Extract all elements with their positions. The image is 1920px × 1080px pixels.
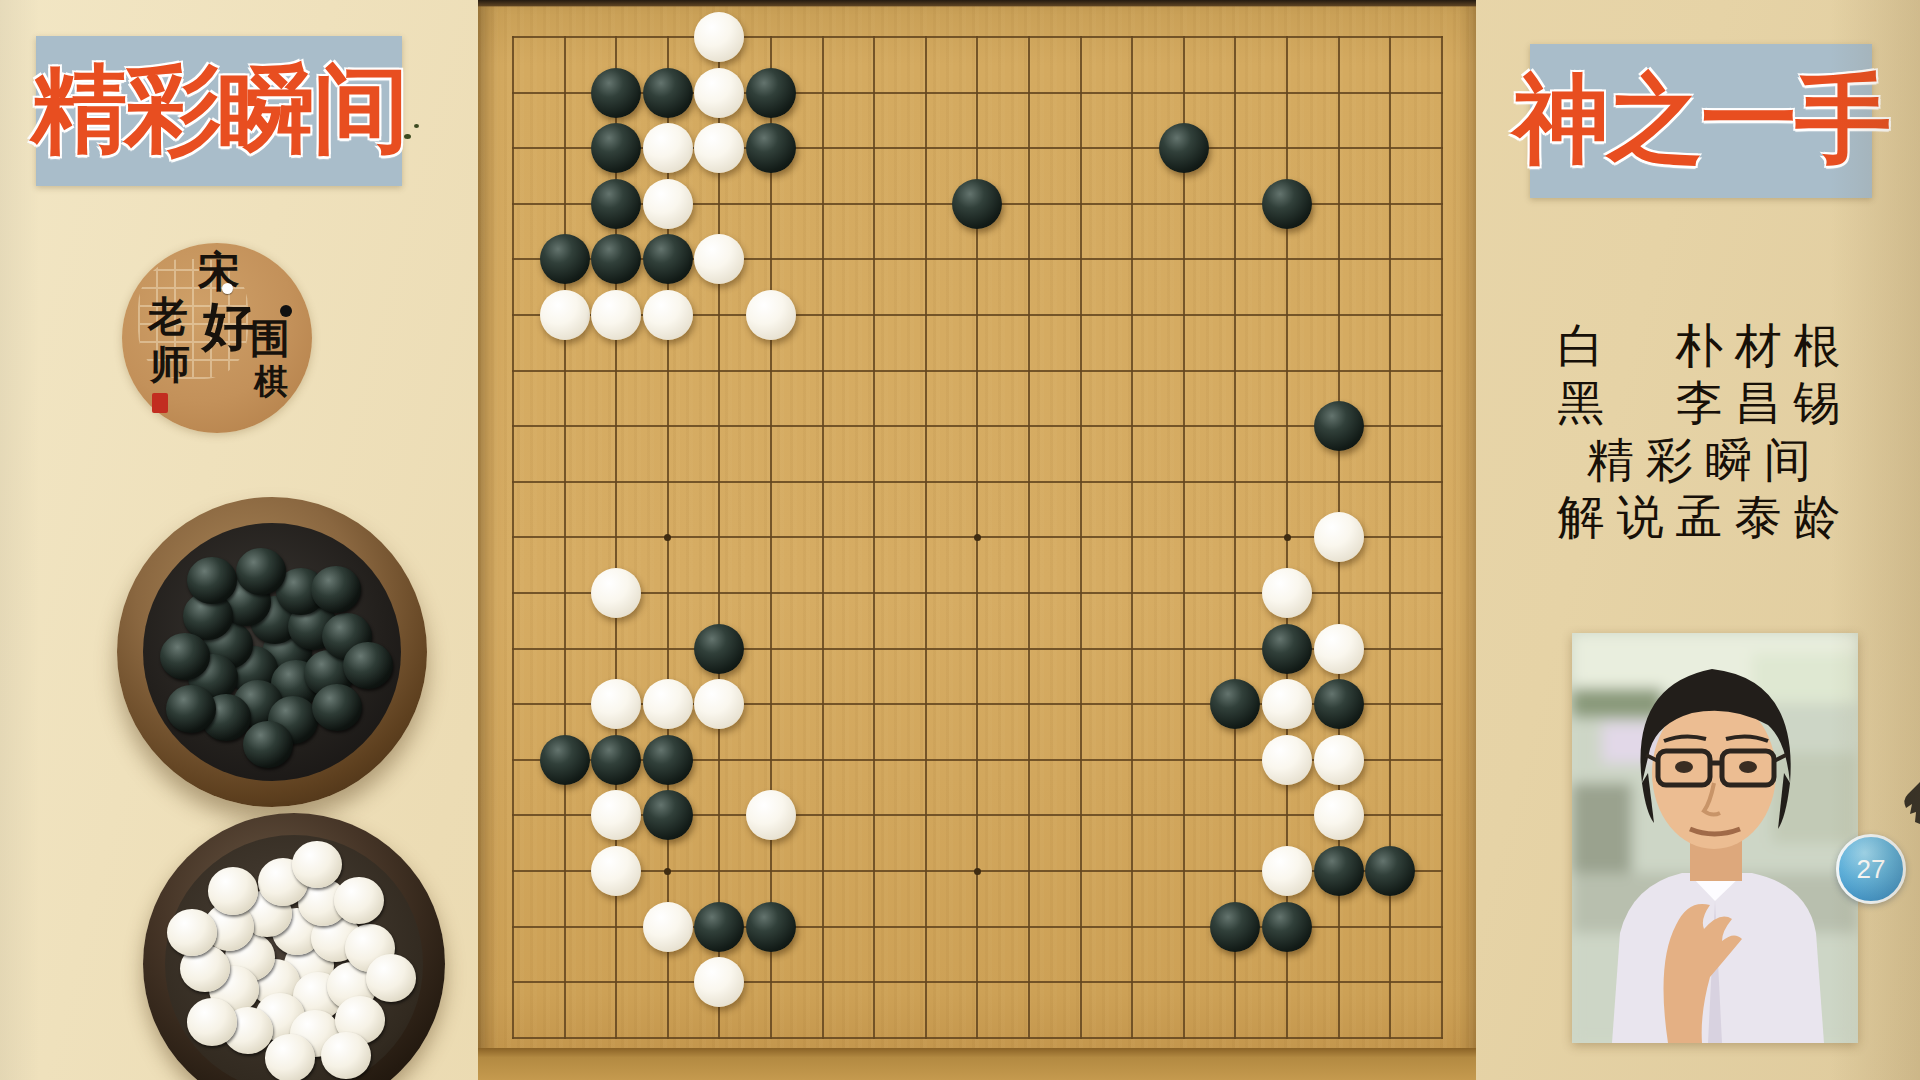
- black-stone: [1262, 902, 1312, 952]
- white-stone: [591, 679, 641, 729]
- black-stone: [694, 902, 744, 952]
- black-stone: [591, 234, 641, 284]
- black-stone: [1314, 679, 1364, 729]
- white-stone: [1262, 679, 1312, 729]
- black-stone: [1210, 902, 1260, 952]
- white-stone: [643, 902, 693, 952]
- black-bowl-stone: [166, 685, 216, 733]
- white-bowl-stone: [208, 867, 258, 915]
- credit-line: 黑 李昌锡: [1500, 375, 1910, 432]
- banner-left-text: 精彩瞬间: [31, 46, 407, 176]
- video-frame: 精彩瞬间 神之一手 宋老师好围棋 白 朴材根黑 李昌锡精彩瞬间解说孟泰龄: [0, 0, 1920, 1080]
- white-stone: [1262, 568, 1312, 618]
- logo-character: 师: [150, 345, 190, 385]
- black-stone: [1262, 179, 1312, 229]
- white-stone: [591, 846, 641, 896]
- white-bowl-stone: [292, 841, 342, 889]
- white-stone: [643, 179, 693, 229]
- white-stone: [1314, 790, 1364, 840]
- black-stone: [746, 902, 796, 952]
- white-stone: [540, 290, 590, 340]
- white-stone: [1314, 735, 1364, 785]
- commentator-photo: [1572, 633, 1858, 1043]
- grid-line-vertical: [1183, 36, 1185, 1039]
- star-point: [974, 868, 981, 875]
- board-bottom-edge: [478, 1048, 1476, 1080]
- logo-character: 围: [250, 319, 290, 359]
- black-stone: [591, 735, 641, 785]
- credit-line: 解说孟泰龄: [1500, 489, 1910, 546]
- black-stones-bowl: [117, 497, 427, 807]
- white-stone: [591, 790, 641, 840]
- black-stone: [591, 123, 641, 173]
- black-bowl-stone: [312, 684, 362, 732]
- grid-line-horizontal: [512, 1037, 1443, 1039]
- white-stone: [643, 679, 693, 729]
- black-stone: [1159, 123, 1209, 173]
- white-bowl-stone: [366, 954, 416, 1002]
- black-stone: [1262, 624, 1312, 674]
- white-stone: [694, 68, 744, 118]
- grid-line-vertical: [1441, 36, 1443, 1039]
- white-stone: [694, 957, 744, 1007]
- white-stone: [591, 568, 641, 618]
- white-stone: [694, 679, 744, 729]
- grid-line-vertical: [1028, 36, 1030, 1039]
- white-stone: [1314, 624, 1364, 674]
- go-board: [478, 0, 1476, 1080]
- white-stone: [643, 123, 693, 173]
- black-stone: [746, 123, 796, 173]
- white-stone: [591, 290, 641, 340]
- black-stone: [1314, 401, 1364, 451]
- black-bowl-stone: [343, 642, 393, 690]
- white-bowl-stone: [167, 909, 217, 957]
- black-stone: [1314, 846, 1364, 896]
- black-stone: [746, 68, 796, 118]
- grid-line-vertical: [1234, 36, 1236, 1039]
- star-point: [664, 534, 671, 541]
- credit-line: 白 朴材根: [1500, 318, 1910, 375]
- white-bowl-stone: [265, 1034, 315, 1080]
- black-bowl-stone: [160, 633, 210, 681]
- black-bowl-stone: [243, 721, 293, 769]
- white-stone: [1262, 735, 1312, 785]
- game-info-text: 白 朴材根黑 李昌锡精彩瞬间解说孟泰龄: [1500, 318, 1910, 546]
- black-stone: [952, 179, 1002, 229]
- star-point: [974, 534, 981, 541]
- black-stone: [540, 234, 590, 284]
- star-point: [664, 868, 671, 875]
- black-stone: [643, 68, 693, 118]
- white-stone: [694, 123, 744, 173]
- white-bowl-stone: [187, 998, 237, 1046]
- board-top-edge: [478, 0, 1476, 7]
- white-stone: [1262, 846, 1312, 896]
- dust-speck: [414, 124, 419, 128]
- black-stone: [1210, 679, 1260, 729]
- black-stone: [694, 624, 744, 674]
- black-stone: [643, 234, 693, 284]
- logo-character: 好: [202, 301, 254, 353]
- hand-cursor-icon: [1898, 778, 1920, 828]
- logo-character: 老: [148, 297, 188, 337]
- grid-line-horizontal: [512, 981, 1443, 983]
- white-bowl-stone: [334, 877, 384, 925]
- black-stone: [643, 735, 693, 785]
- white-stone: [694, 12, 744, 62]
- badge-count: 27: [1857, 854, 1886, 885]
- star-point: [1284, 534, 1291, 541]
- grid-line-vertical: [1080, 36, 1082, 1039]
- black-stone: [1365, 846, 1415, 896]
- logo-seal-icon: [152, 393, 168, 413]
- logo-white-stone-icon: [222, 283, 233, 294]
- commentator-illustration: [1572, 633, 1858, 1043]
- black-stone: [540, 735, 590, 785]
- grid-line-vertical: [1131, 36, 1133, 1039]
- banner-right: 神之一手: [1530, 44, 1872, 198]
- black-stone: [643, 790, 693, 840]
- white-stone: [1314, 512, 1364, 562]
- black-bowl-stone: [187, 557, 237, 605]
- logo-black-stone-icon: [280, 305, 292, 317]
- white-stones-bowl: [143, 813, 445, 1080]
- banner-right-text: 神之一手: [1513, 56, 1889, 186]
- channel-logo: 宋老师好围棋: [122, 243, 312, 433]
- white-stone: [694, 234, 744, 284]
- white-stone: [746, 790, 796, 840]
- notification-badge[interactable]: 27: [1836, 834, 1906, 904]
- white-stone: [643, 290, 693, 340]
- black-stone: [591, 68, 641, 118]
- banner-left: 精彩瞬间: [36, 36, 402, 186]
- white-stone: [746, 290, 796, 340]
- logo-character: 棋: [254, 365, 288, 399]
- dust-speck: [404, 134, 411, 139]
- black-bowl-stone: [311, 566, 361, 614]
- credit-line: 精彩瞬间: [1500, 432, 1910, 489]
- logo-character: 宋: [198, 251, 240, 293]
- black-stone: [591, 179, 641, 229]
